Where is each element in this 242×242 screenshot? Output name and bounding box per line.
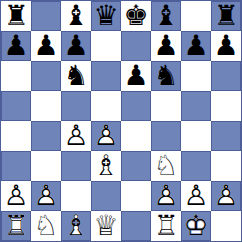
square-h7[interactable]: ♟ [211,31,241,61]
white-knight: ♞♘ [31,211,61,241]
square-b5[interactable] [31,91,61,121]
white-pawn: ♟♙ [1,181,31,211]
square-f4[interactable] [151,121,181,151]
black-pawn: ♟ [181,31,211,61]
square-a4[interactable] [1,121,31,151]
black-king: ♚ [121,1,151,31]
square-f1[interactable]: ♜♖ [151,211,181,241]
black-knight: ♞ [61,61,91,91]
white-pawn: ♟♙ [181,181,211,211]
square-b8[interactable] [31,1,61,31]
square-e1[interactable] [121,211,151,241]
square-f5[interactable] [151,91,181,121]
square-a8[interactable]: ♜ [1,1,31,31]
square-e8[interactable]: ♚ [121,1,151,31]
square-e7[interactable] [121,31,151,61]
square-c6[interactable]: ♞ [61,61,91,91]
black-pawn: ♟ [151,31,181,61]
square-c1[interactable]: ♝♗ [61,211,91,241]
square-f8[interactable]: ♝ [151,1,181,31]
square-c4[interactable]: ♟♙ [61,121,91,151]
square-b6[interactable] [31,61,61,91]
square-d1[interactable]: ♛♕ [91,211,121,241]
white-pawn: ♟♙ [91,121,121,151]
square-d6[interactable] [91,61,121,91]
white-bishop: ♝♗ [61,211,91,241]
white-king: ♚♔ [181,211,211,241]
square-b3[interactable] [31,151,61,181]
square-f7[interactable]: ♟ [151,31,181,61]
square-f6[interactable]: ♞ [151,61,181,91]
white-rook: ♜♖ [1,211,31,241]
square-g2[interactable]: ♟♙ [181,181,211,211]
square-b2[interactable]: ♟♙ [31,181,61,211]
square-c7[interactable]: ♟ [61,31,91,61]
black-pawn: ♟ [211,31,241,61]
square-h2[interactable]: ♟♙ [211,181,241,211]
square-a1[interactable]: ♜♖ [1,211,31,241]
square-d8[interactable]: ♛ [91,1,121,31]
square-e6[interactable]: ♟ [121,61,151,91]
white-queen: ♛♕ [91,211,121,241]
black-pawn: ♟ [61,31,91,61]
square-f3[interactable]: ♞♘ [151,151,181,181]
square-h1[interactable] [211,211,241,241]
black-rook: ♜ [1,1,31,31]
black-pawn: ♟ [1,31,31,61]
white-pawn: ♟♙ [151,181,181,211]
black-pawn: ♟ [31,31,61,61]
square-h6[interactable] [211,61,241,91]
white-rook: ♜♖ [151,211,181,241]
square-b4[interactable] [31,121,61,151]
square-h8[interactable]: ♜ [211,1,241,31]
white-pawn: ♟♙ [31,181,61,211]
square-d2[interactable] [91,181,121,211]
square-e2[interactable] [121,181,151,211]
square-b7[interactable]: ♟ [31,31,61,61]
square-a5[interactable] [1,91,31,121]
square-c8[interactable]: ♝ [61,1,91,31]
square-g1[interactable]: ♚♔ [181,211,211,241]
square-g3[interactable] [181,151,211,181]
square-a7[interactable]: ♟ [1,31,31,61]
square-b1[interactable]: ♞♘ [31,211,61,241]
square-c2[interactable] [61,181,91,211]
square-h4[interactable] [211,121,241,151]
square-c3[interactable] [61,151,91,181]
square-g5[interactable] [181,91,211,121]
black-rook: ♜ [211,1,241,31]
square-g6[interactable] [181,61,211,91]
square-h5[interactable] [211,91,241,121]
square-e3[interactable] [121,151,151,181]
square-c5[interactable] [61,91,91,121]
square-e5[interactable] [121,91,151,121]
square-e4[interactable] [121,121,151,151]
white-pawn: ♟♙ [61,121,91,151]
square-d4[interactable]: ♟♙ [91,121,121,151]
white-knight: ♞♘ [151,151,181,181]
black-queen: ♛ [91,1,121,31]
square-a2[interactable]: ♟♙ [1,181,31,211]
square-d5[interactable] [91,91,121,121]
square-d7[interactable] [91,31,121,61]
black-knight: ♞ [151,61,181,91]
square-h3[interactable] [211,151,241,181]
square-a6[interactable] [1,61,31,91]
white-bishop: ♝♗ [91,151,121,181]
black-pawn: ♟ [121,61,151,91]
square-f2[interactable]: ♟♙ [151,181,181,211]
chess-board: ♜♝♛♚♝♜♟♟♟♟♟♟♞♟♞♟♙♟♙♝♗♞♘♟♙♟♙♟♙♟♙♟♙♜♖♞♘♝♗♛… [0,0,242,242]
black-bishop: ♝ [61,1,91,31]
square-g4[interactable] [181,121,211,151]
square-d3[interactable]: ♝♗ [91,151,121,181]
square-a3[interactable] [1,151,31,181]
square-g8[interactable] [181,1,211,31]
black-bishop: ♝ [151,1,181,31]
white-pawn: ♟♙ [211,181,241,211]
square-g7[interactable]: ♟ [181,31,211,61]
